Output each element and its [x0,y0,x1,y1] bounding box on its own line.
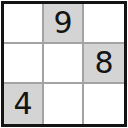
cell-r2c2[interactable] [84,84,124,124]
cell-r2c1[interactable] [44,84,84,124]
sudoku-grid: 9 8 4 [1,1,127,127]
cell-r1c1[interactable] [44,44,84,84]
cell-r1c2[interactable]: 8 [84,44,124,84]
cell-r1c0[interactable] [4,44,44,84]
puzzle-board: 9 8 4 [1,1,127,127]
cell-r0c0[interactable] [4,4,44,44]
cell-r2c0[interactable]: 4 [4,84,44,124]
cell-r0c2[interactable] [84,4,124,44]
cell-r0c1[interactable]: 9 [44,4,84,44]
